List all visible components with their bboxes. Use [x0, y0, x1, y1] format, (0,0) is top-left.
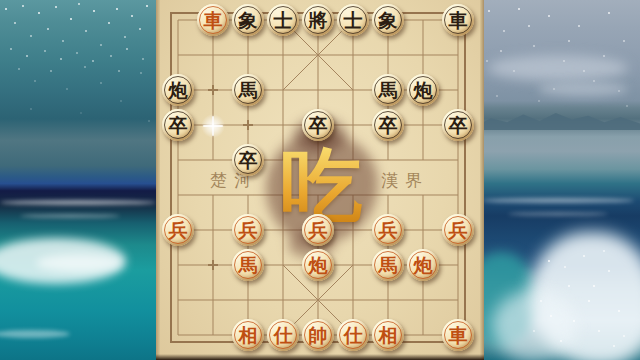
piece-glyph: 卒 [239, 151, 258, 170]
piece-red-horse[interactable]: 馬 [372, 249, 404, 281]
piece-glyph: 馬 [379, 256, 398, 275]
piece-black-cannon[interactable]: 炮 [407, 74, 439, 106]
piece-red-soldier[interactable]: 兵 [162, 214, 194, 246]
piece-glyph: 兵 [449, 221, 468, 240]
piece-black-horse[interactable]: 馬 [372, 74, 404, 106]
piece-red-cannon[interactable]: 炮 [407, 249, 439, 281]
piece-black-elephant[interactable]: 象 [232, 4, 264, 36]
piece-glyph: 相 [379, 326, 398, 345]
piece-red-chariot[interactable]: 車 [442, 319, 474, 351]
piece-glyph: 炮 [414, 256, 433, 275]
board-edge [156, 354, 484, 360]
piece-red-cannon[interactable]: 炮 [302, 249, 334, 281]
board-edge [156, 0, 160, 360]
piece-glyph: 卒 [309, 116, 328, 135]
piece-black-general[interactable]: 將 [302, 4, 334, 36]
piece-glyph: 士 [274, 11, 293, 30]
piece-black-horse[interactable]: 馬 [232, 74, 264, 106]
piece-glyph: 帥 [309, 326, 328, 345]
piece-glyph: 卒 [449, 116, 468, 135]
piece-red-horse[interactable]: 馬 [232, 249, 264, 281]
cloud [538, 82, 628, 96]
game-screen: 楚河 漢界 吃 車象士將士象車炮馬馬炮卒卒卒卒卒兵兵兵兵兵馬炮馬炮相仕帥仕相車 [0, 0, 640, 360]
piece-red-soldier[interactable]: 兵 [302, 214, 334, 246]
piece-black-chariot[interactable]: 車 [442, 4, 474, 36]
move-sparkle-effect [201, 114, 225, 138]
piece-glyph: 兵 [309, 221, 328, 240]
piece-red-soldier[interactable]: 兵 [442, 214, 474, 246]
wave-foam [508, 212, 608, 216]
piece-glyph: 兵 [169, 221, 188, 240]
ocean-background-left [0, 0, 156, 360]
piece-glyph: 士 [344, 11, 363, 30]
piece-glyph: 卒 [169, 116, 188, 135]
piece-glyph: 馬 [239, 81, 258, 100]
piece-glyph: 炮 [414, 81, 433, 100]
piece-glyph: 炮 [169, 81, 188, 100]
piece-black-advisor[interactable]: 士 [337, 4, 369, 36]
piece-red-elephant[interactable]: 相 [372, 319, 404, 351]
star-sparkle-field [0, 0, 2, 2]
piece-black-soldier[interactable]: 卒 [442, 109, 474, 141]
piece-glyph: 相 [239, 326, 258, 345]
river-label-hanjie: 漢界 [381, 169, 429, 192]
piece-glyph: 車 [449, 326, 468, 345]
xiangqi-board[interactable]: 楚河 漢界 吃 車象士將士象車炮馬馬炮卒卒卒卒卒兵兵兵兵兵馬炮馬炮相仕帥仕相車 [156, 0, 484, 360]
distant-ridge [478, 104, 640, 130]
piece-black-cannon[interactable]: 炮 [162, 74, 194, 106]
piece-red-chariot[interactable]: 車 [197, 4, 229, 36]
piece-black-soldier[interactable]: 卒 [372, 109, 404, 141]
piece-glyph: 炮 [309, 256, 328, 275]
piece-glyph: 卒 [379, 116, 398, 135]
piece-red-soldier[interactable]: 兵 [232, 214, 264, 246]
wave-foam [0, 200, 156, 205]
cloud [488, 55, 628, 81]
piece-glyph: 將 [309, 11, 328, 30]
wave-foam [482, 198, 634, 203]
piece-red-soldier[interactable]: 兵 [372, 214, 404, 246]
piece-glyph: 馬 [379, 81, 398, 100]
piece-red-general[interactable]: 帥 [302, 319, 334, 351]
piece-glyph: 仕 [344, 326, 363, 345]
ocean-background-right [478, 0, 640, 360]
wave-foam [20, 214, 120, 218]
piece-glyph: 象 [239, 11, 258, 30]
piece-red-advisor[interactable]: 仕 [337, 319, 369, 351]
wave-splash [492, 290, 576, 360]
wave-foam [0, 330, 70, 338]
piece-red-elephant[interactable]: 相 [232, 319, 264, 351]
piece-glyph: 車 [204, 11, 223, 30]
piece-glyph: 象 [379, 11, 398, 30]
piece-glyph: 仕 [274, 326, 293, 345]
piece-glyph: 車 [449, 11, 468, 30]
piece-black-advisor[interactable]: 士 [267, 4, 299, 36]
piece-glyph: 兵 [379, 221, 398, 240]
piece-red-advisor[interactable]: 仕 [267, 319, 299, 351]
piece-glyph: 兵 [239, 221, 258, 240]
piece-black-soldier[interactable]: 卒 [162, 109, 194, 141]
piece-black-elephant[interactable]: 象 [372, 4, 404, 36]
wave-crest [36, 254, 122, 272]
piece-black-soldier[interactable]: 卒 [232, 144, 264, 176]
piece-black-soldier[interactable]: 卒 [302, 109, 334, 141]
piece-glyph: 馬 [239, 256, 258, 275]
board-edge [480, 0, 484, 360]
